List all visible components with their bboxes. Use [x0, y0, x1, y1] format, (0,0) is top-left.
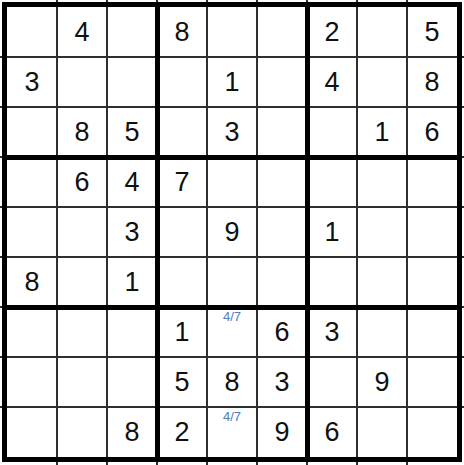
cell-r7c4[interactable]: 1	[157, 307, 207, 357]
cell-r5c6[interactable]	[257, 207, 307, 257]
given-digit: 3	[324, 319, 339, 346]
cell-r2c4[interactable]	[157, 57, 207, 107]
cell-r3c2[interactable]: 8	[57, 107, 107, 157]
cell-r1c1[interactable]	[7, 7, 57, 57]
cell-r2c7[interactable]: 4	[307, 57, 357, 107]
given-digit: 8	[124, 419, 139, 446]
given-digit: 4	[74, 19, 89, 46]
cell-r7c6[interactable]: 6	[257, 307, 307, 357]
pencil-mark: 4/7	[207, 310, 257, 323]
cell-r9c5[interactable]: 4/7	[207, 407, 257, 457]
cell-r6c6[interactable]	[257, 257, 307, 307]
cell-r6c8[interactable]	[357, 257, 407, 307]
given-digit: 4	[324, 69, 339, 96]
given-digit: 8	[24, 269, 39, 296]
given-digit: 3	[24, 69, 39, 96]
given-digit: 7	[174, 169, 189, 196]
cell-r2c8[interactable]	[357, 57, 407, 107]
cell-r3c3[interactable]: 5	[107, 107, 157, 157]
cell-r8c4[interactable]: 5	[157, 357, 207, 407]
cell-r9c4[interactable]: 2	[157, 407, 207, 457]
cell-r2c1[interactable]: 3	[7, 57, 57, 107]
cell-r4c8[interactable]	[357, 157, 407, 207]
cell-r1c9[interactable]: 5	[407, 7, 457, 57]
cell-r3c8[interactable]: 1	[357, 107, 407, 157]
cell-r5c5[interactable]: 9	[207, 207, 257, 257]
cell-r7c8[interactable]	[357, 307, 407, 357]
cell-r6c2[interactable]	[57, 257, 107, 307]
cell-r8c8[interactable]: 9	[357, 357, 407, 407]
cell-r5c2[interactable]	[57, 207, 107, 257]
cell-r4c2[interactable]: 6	[57, 157, 107, 207]
cell-r2c6[interactable]	[257, 57, 307, 107]
cell-r7c3[interactable]	[107, 307, 157, 357]
cell-r3c6[interactable]	[257, 107, 307, 157]
given-digit: 6	[324, 419, 339, 446]
cell-r6c3[interactable]: 1	[107, 257, 157, 307]
given-digit: 8	[74, 119, 89, 146]
cell-r8c7[interactable]	[307, 357, 357, 407]
cell-r7c2[interactable]	[57, 307, 107, 357]
cell-r1c3[interactable]	[107, 7, 157, 57]
given-digit: 6	[74, 169, 89, 196]
cell-r5c1[interactable]	[7, 207, 57, 257]
cell-r9c8[interactable]	[357, 407, 407, 457]
given-digit: 9	[224, 219, 239, 246]
given-digit: 8	[424, 69, 439, 96]
cell-r4c1[interactable]	[7, 157, 57, 207]
cell-r1c4[interactable]: 8	[157, 7, 207, 57]
cell-r6c1[interactable]: 8	[7, 257, 57, 307]
given-digit: 1	[374, 119, 389, 146]
cell-r6c4[interactable]	[157, 257, 207, 307]
given-digit: 1	[124, 269, 139, 296]
cell-r9c9[interactable]	[407, 407, 457, 457]
cell-r5c7[interactable]: 1	[307, 207, 357, 257]
cell-r2c5[interactable]: 1	[207, 57, 257, 107]
cell-r3c1[interactable]	[7, 107, 57, 157]
cell-r8c6[interactable]: 3	[257, 357, 307, 407]
pencil-mark: 4/7	[207, 410, 257, 423]
cell-r2c9[interactable]: 8	[407, 57, 457, 107]
cell-r7c5[interactable]: 4/7	[207, 307, 257, 357]
sudoku-board: 48253148853166473918114/7635839824/796	[0, 0, 464, 465]
cell-r9c6[interactable]: 9	[257, 407, 307, 457]
given-digit: 5	[424, 19, 439, 46]
cell-r1c7[interactable]: 2	[307, 7, 357, 57]
cell-r9c7[interactable]: 6	[307, 407, 357, 457]
cell-r6c5[interactable]	[207, 257, 257, 307]
cell-r1c5[interactable]	[207, 7, 257, 57]
cell-r7c9[interactable]	[407, 307, 457, 357]
cell-r3c4[interactable]	[157, 107, 207, 157]
cell-r1c6[interactable]	[257, 7, 307, 57]
cell-r6c9[interactable]	[407, 257, 457, 307]
cell-r8c5[interactable]: 8	[207, 357, 257, 407]
cell-r4c4[interactable]: 7	[157, 157, 207, 207]
given-digit: 3	[224, 119, 239, 146]
cell-r7c1[interactable]	[7, 307, 57, 357]
cell-r8c1[interactable]	[7, 357, 57, 407]
given-digit: 1	[324, 219, 339, 246]
cell-r8c9[interactable]	[407, 357, 457, 407]
given-digit: 9	[274, 419, 289, 446]
given-digit: 1	[224, 69, 239, 96]
given-digit: 2	[324, 19, 339, 46]
given-digit: 5	[174, 369, 189, 396]
cell-r4c3[interactable]: 4	[107, 157, 157, 207]
given-digit: 8	[224, 369, 239, 396]
sudoku-grid: 48253148853166473918114/7635839824/796	[7, 7, 457, 457]
given-digit: 5	[124, 119, 139, 146]
cell-r9c2[interactable]	[57, 407, 107, 457]
given-digit: 4	[124, 169, 139, 196]
cell-r6c7[interactable]	[307, 257, 357, 307]
cell-r9c1[interactable]	[7, 407, 57, 457]
given-digit: 3	[124, 219, 139, 246]
cell-r3c5[interactable]: 3	[207, 107, 257, 157]
cell-r1c8[interactable]	[357, 7, 407, 57]
given-digit: 1	[174, 319, 189, 346]
cell-r4c6[interactable]	[257, 157, 307, 207]
given-digit: 8	[174, 19, 189, 46]
cell-r5c9[interactable]	[407, 207, 457, 257]
given-digit: 6	[424, 119, 439, 146]
cell-r5c4[interactable]	[157, 207, 207, 257]
given-digit: 6	[274, 319, 289, 346]
cell-r5c8[interactable]	[357, 207, 407, 257]
cell-r2c2[interactable]	[57, 57, 107, 107]
cell-r8c3[interactable]	[107, 357, 157, 407]
cell-r8c2[interactable]	[57, 357, 107, 407]
cell-r9c3[interactable]: 8	[107, 407, 157, 457]
given-digit: 9	[374, 369, 389, 396]
cell-r1c2[interactable]: 4	[57, 7, 107, 57]
cell-r2c3[interactable]	[107, 57, 157, 107]
given-digit: 3	[274, 369, 289, 396]
cell-r3c7[interactable]	[307, 107, 357, 157]
cell-r4c5[interactable]	[207, 157, 257, 207]
cell-r3c9[interactable]: 6	[407, 107, 457, 157]
cell-r7c7[interactable]: 3	[307, 307, 357, 357]
cell-r4c9[interactable]	[407, 157, 457, 207]
given-digit: 2	[174, 419, 189, 446]
cell-r4c7[interactable]	[307, 157, 357, 207]
cell-r5c3[interactable]: 3	[107, 207, 157, 257]
